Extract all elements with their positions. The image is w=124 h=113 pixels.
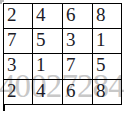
grid-cell-r1c1: 2 <box>4 4 33 29</box>
grid-cell-r3c4: 5 <box>93 54 121 80</box>
grid-cell-r4c3: 6 <box>63 80 93 104</box>
grid-cell-r3c3: 7 <box>63 54 93 80</box>
grid-cell-r1c2: 4 <box>33 4 63 29</box>
grid-cell-r4c1: 2 <box>4 80 33 104</box>
grid-cell-r4c4: 8 <box>93 80 121 104</box>
grid-cell-r3c1: 3 <box>4 54 33 80</box>
worksheet-canvas: 40027284 2 4 6 8 7 5 3 1 3 1 7 5 2 4 6 8 <box>0 0 124 113</box>
grid-cell-r4c2: 4 <box>33 80 63 104</box>
grid-cell-r2c1: 7 <box>4 29 33 54</box>
grid-cell-r2c2: 5 <box>33 29 63 54</box>
number-grid: 2 4 6 8 7 5 3 1 3 1 7 5 2 4 6 8 <box>3 3 122 105</box>
grid-cell-r1c3: 6 <box>63 4 93 29</box>
grid-cell-r3c2: 1 <box>33 54 63 80</box>
cursor-tick <box>3 105 5 111</box>
grid-cell-r1c4: 8 <box>93 4 121 29</box>
grid-cell-r2c3: 3 <box>63 29 93 54</box>
corner-artifact-icon <box>0 0 2 4</box>
grid-cell-r2c4: 1 <box>93 29 121 54</box>
